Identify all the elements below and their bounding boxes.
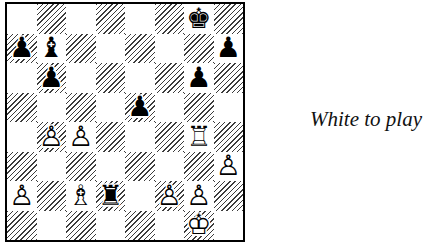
white-king-icon: ♔ xyxy=(184,211,214,241)
square-h4 xyxy=(214,122,244,152)
square-c3 xyxy=(66,152,96,182)
square-f7 xyxy=(155,34,185,64)
black-bishop-halo: ♝ xyxy=(37,34,67,64)
square-d5 xyxy=(96,93,126,123)
square-h5 xyxy=(214,93,244,123)
square-g8: ♚♚ xyxy=(184,4,214,34)
white-rook-icon: ♖ xyxy=(184,122,214,152)
black-rook-halo: ♜ xyxy=(96,181,126,211)
square-g7 xyxy=(184,34,214,64)
white-pawn-halo: ♟ xyxy=(37,122,67,152)
square-f4 xyxy=(155,122,185,152)
chess-board: ♚♚♟♟♝♝♟♟♟♟♟♟♟♟♟♙♟♙♜♖♟♙♟♙♝♗♜♜♟♙♟♙♚♔ xyxy=(5,2,245,242)
square-g2: ♟♙ xyxy=(184,181,214,211)
square-f5 xyxy=(155,93,185,123)
square-b3 xyxy=(37,152,67,182)
black-king-icon: ♚ xyxy=(184,4,214,34)
square-h8 xyxy=(214,4,244,34)
square-c1 xyxy=(66,211,96,241)
square-b4: ♟♙ xyxy=(37,122,67,152)
square-e1 xyxy=(125,211,155,241)
white-bishop-halo: ♝ xyxy=(66,181,96,211)
square-c6 xyxy=(66,63,96,93)
white-pawn-halo: ♟ xyxy=(155,181,185,211)
square-a7: ♟♟ xyxy=(7,34,37,64)
white-pawn-icon: ♙ xyxy=(37,122,67,152)
black-pawn-halo: ♟ xyxy=(37,63,67,93)
white-pawn-halo: ♟ xyxy=(7,181,37,211)
square-d2: ♜♜ xyxy=(96,181,126,211)
white-pawn-icon: ♙ xyxy=(66,122,96,152)
white-pawn-icon: ♙ xyxy=(184,181,214,211)
square-g1: ♚♔ xyxy=(184,211,214,241)
square-b6: ♟♟ xyxy=(37,63,67,93)
square-f3 xyxy=(155,152,185,182)
white-pawn-icon: ♙ xyxy=(7,181,37,211)
square-g4: ♜♖ xyxy=(184,122,214,152)
chess-diagram: ♚♚♟♟♝♝♟♟♟♟♟♟♟♟♟♙♟♙♜♖♟♙♟♙♝♗♜♜♟♙♟♙♚♔ White… xyxy=(0,0,436,248)
square-b5 xyxy=(37,93,67,123)
square-c5 xyxy=(66,93,96,123)
black-pawn-halo: ♟ xyxy=(184,63,214,93)
square-c4: ♟♙ xyxy=(66,122,96,152)
square-c2: ♝♗ xyxy=(66,181,96,211)
square-d3 xyxy=(96,152,126,182)
square-d7 xyxy=(96,34,126,64)
square-b8 xyxy=(37,4,67,34)
square-a4 xyxy=(7,122,37,152)
square-e5: ♟♟ xyxy=(125,93,155,123)
square-g6: ♟♟ xyxy=(184,63,214,93)
square-a1 xyxy=(7,211,37,241)
square-f8 xyxy=(155,4,185,34)
black-pawn-icon: ♟ xyxy=(7,34,37,64)
white-pawn-icon: ♙ xyxy=(214,152,244,182)
white-rook-halo: ♜ xyxy=(184,122,214,152)
square-h6 xyxy=(214,63,244,93)
black-pawn-halo: ♟ xyxy=(7,34,37,64)
square-f1 xyxy=(155,211,185,241)
square-b7: ♝♝ xyxy=(37,34,67,64)
square-e2 xyxy=(125,181,155,211)
black-pawn-halo: ♟ xyxy=(214,34,244,64)
square-d4 xyxy=(96,122,126,152)
square-b1 xyxy=(37,211,67,241)
black-rook-icon: ♜ xyxy=(96,181,126,211)
square-a3 xyxy=(7,152,37,182)
square-a5 xyxy=(7,93,37,123)
square-d1 xyxy=(96,211,126,241)
square-e7 xyxy=(125,34,155,64)
white-king-halo: ♚ xyxy=(184,211,214,241)
white-bishop-icon: ♗ xyxy=(66,181,96,211)
square-h7: ♟♟ xyxy=(214,34,244,64)
black-bishop-icon: ♝ xyxy=(37,34,67,64)
black-pawn-icon: ♟ xyxy=(37,63,67,93)
square-e3 xyxy=(125,152,155,182)
square-f6 xyxy=(155,63,185,93)
black-king-halo: ♚ xyxy=(184,4,214,34)
black-pawn-icon: ♟ xyxy=(184,63,214,93)
square-e6 xyxy=(125,63,155,93)
square-e8 xyxy=(125,4,155,34)
square-b2 xyxy=(37,181,67,211)
black-pawn-halo: ♟ xyxy=(125,93,155,123)
square-d6 xyxy=(96,63,126,93)
square-e4 xyxy=(125,122,155,152)
square-g5 xyxy=(184,93,214,123)
white-pawn-halo: ♟ xyxy=(66,122,96,152)
black-pawn-icon: ♟ xyxy=(214,34,244,64)
side-to-move-caption: White to play xyxy=(310,107,422,132)
black-pawn-icon: ♟ xyxy=(125,93,155,123)
white-pawn-halo: ♟ xyxy=(184,181,214,211)
square-g3 xyxy=(184,152,214,182)
square-h1 xyxy=(214,211,244,241)
square-c7 xyxy=(66,34,96,64)
square-f2: ♟♙ xyxy=(155,181,185,211)
square-h2 xyxy=(214,181,244,211)
square-d8 xyxy=(96,4,126,34)
white-pawn-icon: ♙ xyxy=(155,181,185,211)
square-h3: ♟♙ xyxy=(214,152,244,182)
square-a6 xyxy=(7,63,37,93)
square-a8 xyxy=(7,4,37,34)
square-a2: ♟♙ xyxy=(7,181,37,211)
square-c8 xyxy=(66,4,96,34)
white-pawn-halo: ♟ xyxy=(214,152,244,182)
